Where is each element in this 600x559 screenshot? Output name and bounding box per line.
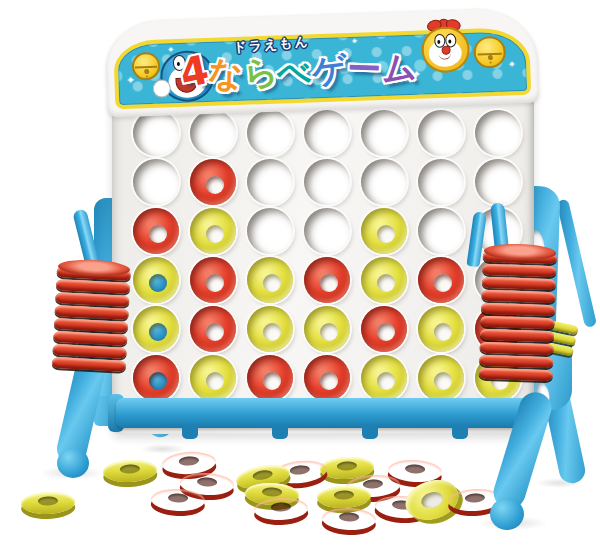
cell-r1c2[interactable] xyxy=(190,110,236,156)
red-ring[interactable] xyxy=(480,316,554,330)
red-disc[interactable] xyxy=(254,497,309,521)
cell-r1c5[interactable] xyxy=(361,110,407,156)
cell-r2c3[interactable] xyxy=(247,159,293,205)
star-icon: ✦ xyxy=(351,37,358,46)
cell-r2c2[interactable] xyxy=(190,159,236,205)
cell-r2c7[interactable] xyxy=(475,159,521,205)
title-letter: ー xyxy=(347,51,382,86)
red-ring[interactable] xyxy=(479,342,553,356)
left-stand-foot xyxy=(57,448,89,478)
yellow-disc[interactable] xyxy=(21,491,76,515)
cell-r3c3[interactable] xyxy=(247,208,293,254)
red-ring[interactable] xyxy=(52,357,126,372)
cell-r5c6[interactable] xyxy=(418,306,464,352)
cell-r2c1[interactable] xyxy=(133,159,179,205)
cell-r2c5[interactable] xyxy=(361,159,407,205)
right-stand-stick xyxy=(556,199,597,328)
cell-r5c5[interactable] xyxy=(361,306,407,352)
cell-r4c2[interactable] xyxy=(190,257,236,303)
cell-r1c7[interactable] xyxy=(475,110,521,156)
title-letter: べ xyxy=(277,53,314,89)
product-photo: ✦ ✦ ✦ ✦ ✦ ✦ ドラえもん 4ならべゲーム xyxy=(0,0,600,559)
board-banner: ✦ ✦ ✦ ✦ ✦ ✦ ドラえもん 4ならべゲーム xyxy=(104,6,539,119)
star-icon: ✦ xyxy=(126,75,135,86)
red-ring[interactable] xyxy=(480,329,554,343)
connect-four-grid xyxy=(133,110,521,401)
rail-tab xyxy=(182,426,198,439)
title-letter: ム xyxy=(380,49,418,86)
cell-r6c4[interactable] xyxy=(304,355,350,401)
cell-r2c4[interactable] xyxy=(304,159,350,205)
title-letter: ゲ xyxy=(311,51,350,89)
game-title: 4ならべゲーム xyxy=(180,44,417,92)
cell-r6c3[interactable] xyxy=(247,355,293,401)
release-rail[interactable] xyxy=(116,398,534,428)
cell-r3c2[interactable] xyxy=(190,208,236,254)
rail-tab xyxy=(452,426,468,439)
yellow-disc[interactable] xyxy=(102,459,157,484)
rail-tab xyxy=(272,426,288,439)
cell-r6c2[interactable] xyxy=(190,355,236,401)
cell-r5c3[interactable] xyxy=(247,306,293,352)
cell-r4c4[interactable] xyxy=(304,257,350,303)
cell-r3c5[interactable] xyxy=(361,208,407,254)
cell-r6c5[interactable] xyxy=(361,355,407,401)
cell-r3c1[interactable] xyxy=(133,208,179,254)
red-ring[interactable] xyxy=(482,277,556,291)
rail-tab xyxy=(362,426,378,439)
cell-r1c3[interactable] xyxy=(247,110,293,156)
cell-r6c1[interactable] xyxy=(133,355,179,401)
cell-r3c6[interactable] xyxy=(418,208,464,254)
left-red-ring-stack[interactable] xyxy=(52,266,131,372)
cell-r6c6[interactable] xyxy=(418,355,464,401)
red-ring[interactable] xyxy=(481,303,555,317)
red-ring[interactable] xyxy=(481,290,555,304)
red-ring[interactable] xyxy=(479,355,553,369)
cell-r1c4[interactable] xyxy=(304,110,350,156)
cell-r4c1[interactable] xyxy=(133,257,179,303)
dorami-face xyxy=(421,23,469,73)
right-red-ring-stack[interactable] xyxy=(479,251,557,382)
cell-r5c4[interactable] xyxy=(304,306,350,352)
cell-r1c6[interactable] xyxy=(418,110,464,156)
cell-r5c1[interactable] xyxy=(133,306,179,352)
red-disc[interactable] xyxy=(322,507,377,531)
red-ring[interactable] xyxy=(482,264,556,278)
star-icon: ✦ xyxy=(508,59,516,69)
red-disc[interactable] xyxy=(161,450,216,476)
cell-r4c3[interactable] xyxy=(247,257,293,303)
yellow-disc[interactable] xyxy=(317,485,372,509)
cell-r2c6[interactable] xyxy=(418,159,464,205)
title-letter: な xyxy=(207,55,244,91)
cell-r4c5[interactable] xyxy=(361,257,407,303)
right-stand-foot xyxy=(490,498,524,530)
cell-r3c4[interactable] xyxy=(304,208,350,254)
cell-r5c2[interactable] xyxy=(190,306,236,352)
title-letter: ら xyxy=(241,53,280,92)
cell-r4c6[interactable] xyxy=(418,257,464,303)
